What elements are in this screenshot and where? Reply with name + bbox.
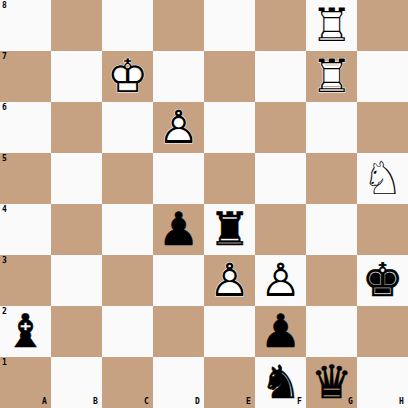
piece-black-king[interactable]: ♚ (357, 255, 408, 306)
chess-board: ♜♖♚♔♜♖♟♙♞♘♟♜♟♙♟♙♚♝♟♞♛87654321ABCDEFGH (0, 0, 408, 408)
piece-white-pawn[interactable]: ♟♙ (204, 255, 255, 306)
square-f8[interactable] (255, 0, 306, 51)
square-b8[interactable] (51, 0, 102, 51)
square-h5[interactable]: ♞♘ (357, 153, 408, 204)
black-pawn-glyph: ♟ (153, 204, 204, 255)
piece-white-pawn[interactable]: ♟♙ (153, 102, 204, 153)
square-f6[interactable] (255, 102, 306, 153)
square-f7[interactable] (255, 51, 306, 102)
square-a6[interactable] (0, 102, 51, 153)
square-g5[interactable] (306, 153, 357, 204)
piece-black-pawn[interactable]: ♟ (255, 306, 306, 357)
rank-label-2: 2 (2, 308, 7, 316)
square-d8[interactable] (153, 0, 204, 51)
square-d3[interactable] (153, 255, 204, 306)
square-b4[interactable] (51, 204, 102, 255)
square-c6[interactable] (102, 102, 153, 153)
square-g3[interactable] (306, 255, 357, 306)
square-a7[interactable] (0, 51, 51, 102)
file-label-a: A (42, 398, 47, 406)
file-label-h: H (399, 398, 404, 406)
square-b5[interactable] (51, 153, 102, 204)
square-h6[interactable] (357, 102, 408, 153)
square-a4[interactable] (0, 204, 51, 255)
file-label-d: D (195, 398, 200, 406)
black-pawn-glyph: ♟ (255, 306, 306, 357)
square-d7[interactable] (153, 51, 204, 102)
rank-label-7: 7 (2, 53, 7, 61)
rank-label-4: 4 (2, 206, 7, 214)
square-b2[interactable] (51, 306, 102, 357)
square-g2[interactable] (306, 306, 357, 357)
piece-white-king[interactable]: ♚♔ (102, 51, 153, 102)
square-e6[interactable] (204, 102, 255, 153)
square-c2[interactable] (102, 306, 153, 357)
piece-white-rook[interactable]: ♜♖ (306, 51, 357, 102)
white-rook-outline-glyph: ♖ (306, 0, 357, 51)
file-label-b: B (93, 398, 98, 406)
piece-black-rook[interactable]: ♜ (204, 204, 255, 255)
piece-white-rook[interactable]: ♜♖ (306, 0, 357, 51)
square-e2[interactable] (204, 306, 255, 357)
square-d5[interactable] (153, 153, 204, 204)
white-knight-outline-glyph: ♘ (357, 153, 408, 204)
square-h3[interactable]: ♚ (357, 255, 408, 306)
rank-label-6: 6 (2, 104, 7, 112)
square-g4[interactable] (306, 204, 357, 255)
square-a3[interactable] (0, 255, 51, 306)
square-f3[interactable]: ♟♙ (255, 255, 306, 306)
black-king-glyph: ♚ (357, 255, 408, 306)
square-h4[interactable] (357, 204, 408, 255)
square-d2[interactable] (153, 306, 204, 357)
white-pawn-outline-glyph: ♙ (204, 255, 255, 306)
square-c3[interactable] (102, 255, 153, 306)
file-label-g: G (348, 398, 353, 406)
black-bishop-glyph: ♝ (0, 306, 51, 357)
square-b6[interactable] (51, 102, 102, 153)
square-e3[interactable]: ♟♙ (204, 255, 255, 306)
square-e8[interactable] (204, 0, 255, 51)
square-f2[interactable]: ♟ (255, 306, 306, 357)
black-rook-glyph: ♜ (204, 204, 255, 255)
square-a8[interactable] (0, 0, 51, 51)
rank-label-1: 1 (2, 359, 7, 367)
square-g7[interactable]: ♜♖ (306, 51, 357, 102)
rank-label-8: 8 (2, 2, 7, 10)
square-b7[interactable] (51, 51, 102, 102)
square-c5[interactable] (102, 153, 153, 204)
square-g6[interactable] (306, 102, 357, 153)
white-rook-outline-glyph: ♖ (306, 51, 357, 102)
square-c4[interactable] (102, 204, 153, 255)
square-g8[interactable]: ♜♖ (306, 0, 357, 51)
file-label-c: C (144, 398, 149, 406)
square-e5[interactable] (204, 153, 255, 204)
piece-black-pawn[interactable]: ♟ (153, 204, 204, 255)
square-e4[interactable]: ♜ (204, 204, 255, 255)
square-h2[interactable] (357, 306, 408, 357)
square-f5[interactable] (255, 153, 306, 204)
square-c8[interactable] (102, 0, 153, 51)
file-label-e: E (246, 398, 251, 406)
white-pawn-outline-glyph: ♙ (153, 102, 204, 153)
square-c7[interactable]: ♚♔ (102, 51, 153, 102)
rank-label-3: 3 (2, 257, 7, 265)
square-d4[interactable]: ♟ (153, 204, 204, 255)
square-d6[interactable]: ♟♙ (153, 102, 204, 153)
square-h7[interactable] (357, 51, 408, 102)
piece-white-pawn[interactable]: ♟♙ (255, 255, 306, 306)
piece-black-bishop[interactable]: ♝ (0, 306, 51, 357)
white-king-outline-glyph: ♔ (102, 51, 153, 102)
square-f4[interactable] (255, 204, 306, 255)
square-h8[interactable] (357, 0, 408, 51)
square-b3[interactable] (51, 255, 102, 306)
rank-label-5: 5 (2, 155, 7, 163)
white-pawn-outline-glyph: ♙ (255, 255, 306, 306)
square-a5[interactable] (0, 153, 51, 204)
piece-white-knight[interactable]: ♞♘ (357, 153, 408, 204)
square-a2[interactable]: ♝ (0, 306, 51, 357)
square-e7[interactable] (204, 51, 255, 102)
file-label-f: F (297, 398, 302, 406)
